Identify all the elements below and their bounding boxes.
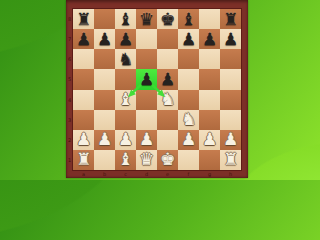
square-e1[interactable]: ♚ (157, 150, 178, 170)
square-e7[interactable] (157, 29, 178, 49)
square-g4[interactable] (199, 90, 220, 110)
file-label-a: a (73, 169, 94, 178)
piece-white-pawn: ♟ (118, 131, 133, 148)
file-label-d: d (136, 169, 157, 178)
square-d2[interactable]: ♟ (136, 130, 157, 150)
piece-black-pawn: ♟ (76, 30, 91, 47)
piece-white-pawn: ♟ (202, 131, 217, 148)
piece-black-pawn: ♟ (139, 70, 154, 87)
piece-white-bishop: ♝ (118, 91, 133, 108)
piece-white-pawn: ♟ (181, 131, 196, 148)
file-label-c: c (115, 169, 136, 178)
square-a5[interactable] (73, 69, 94, 89)
file-labels: abcdefgh (73, 169, 241, 178)
piece-black-pawn: ♟ (118, 30, 133, 47)
square-g5[interactable] (199, 69, 220, 89)
square-d3[interactable] (136, 110, 157, 130)
square-g3[interactable] (199, 110, 220, 130)
square-f4[interactable] (178, 90, 199, 110)
square-f8[interactable]: ♝ (178, 9, 199, 29)
piece-white-queen: ♛ (139, 151, 154, 168)
square-f7[interactable]: ♟ (178, 29, 199, 49)
square-e6[interactable] (157, 49, 178, 69)
piece-white-rook: ♜ (76, 151, 91, 168)
piece-white-pawn: ♟ (76, 131, 91, 148)
piece-black-rook: ♜ (76, 10, 91, 27)
file-label-g: g (199, 169, 220, 178)
square-c1[interactable]: ♝ (115, 150, 136, 170)
square-c3[interactable] (115, 110, 136, 130)
piece-white-bishop: ♝ (118, 151, 133, 168)
file-label-f: f (178, 169, 199, 178)
square-h3[interactable] (220, 110, 241, 130)
rank-label-1: 1 (66, 150, 73, 170)
square-d7[interactable] (136, 29, 157, 49)
square-e2[interactable] (157, 130, 178, 150)
square-a4[interactable] (73, 90, 94, 110)
square-h8[interactable]: ♜ (220, 9, 241, 29)
piece-white-knight: ♞ (160, 91, 175, 108)
piece-black-pawn: ♟ (223, 30, 238, 47)
rank-label-7: 7 (66, 29, 73, 49)
square-b5[interactable] (94, 69, 115, 89)
square-b8[interactable] (94, 9, 115, 29)
video-frame: { "game": "chess", "view": "2d-board-vid… (0, 0, 320, 180)
square-c2[interactable]: ♟ (115, 130, 136, 150)
piece-black-pawn: ♟ (181, 30, 196, 47)
square-g1[interactable] (199, 150, 220, 170)
piece-black-king: ♚ (160, 10, 175, 27)
piece-white-pawn: ♟ (139, 131, 154, 148)
square-a6[interactable] (73, 49, 94, 69)
square-b6[interactable] (94, 49, 115, 69)
square-a2[interactable]: ♟ (73, 130, 94, 150)
square-h1[interactable]: ♜ (220, 150, 241, 170)
rank-labels: 87654321 (66, 9, 73, 170)
square-g2[interactable]: ♟ (199, 130, 220, 150)
square-h6[interactable] (220, 49, 241, 69)
piece-black-bishop: ♝ (118, 10, 133, 27)
rank-label-5: 5 (66, 69, 73, 89)
piece-white-pawn: ♟ (97, 131, 112, 148)
square-a3[interactable] (73, 110, 94, 130)
file-label-e: e (157, 169, 178, 178)
square-c5[interactable] (115, 69, 136, 89)
piece-white-knight: ♞ (181, 111, 196, 128)
square-c6[interactable]: ♞ (115, 49, 136, 69)
board-grid: ♜♝♛♚♝♜♟♟♟♟♟♟♞♟♟♝♞♞♟♟♟♟♟♟♟♜♝♛♚♜ (73, 9, 241, 170)
square-b7[interactable]: ♟ (94, 29, 115, 49)
square-f2[interactable]: ♟ (178, 130, 199, 150)
rank-label-8: 8 (66, 9, 73, 29)
piece-white-pawn: ♟ (223, 131, 238, 148)
file-label-b: b (94, 169, 115, 178)
square-f1[interactable] (178, 150, 199, 170)
piece-black-pawn: ♟ (160, 70, 175, 87)
rank-label-2: 2 (66, 130, 73, 150)
square-d5[interactable]: ♟ (136, 69, 157, 89)
square-c8[interactable]: ♝ (115, 9, 136, 29)
piece-black-queen: ♛ (139, 10, 154, 27)
square-a7[interactable]: ♟ (73, 29, 94, 49)
chess-board: 87654321 abcdefgh ♜♝♛♚♝♜♟♟♟♟♟♟♞♟♟♝♞♞♟♟♟♟… (66, 0, 248, 178)
square-f5[interactable] (178, 69, 199, 89)
square-c7[interactable]: ♟ (115, 29, 136, 49)
square-b3[interactable] (94, 110, 115, 130)
square-d8[interactable]: ♛ (136, 9, 157, 29)
piece-black-knight: ♞ (118, 50, 133, 67)
square-g8[interactable] (199, 9, 220, 29)
square-a8[interactable]: ♜ (73, 9, 94, 29)
square-h5[interactable] (220, 69, 241, 89)
piece-black-pawn: ♟ (202, 30, 217, 47)
piece-black-bishop: ♝ (181, 10, 196, 27)
square-b4[interactable] (94, 90, 115, 110)
square-f3[interactable]: ♞ (178, 110, 199, 130)
square-h7[interactable]: ♟ (220, 29, 241, 49)
square-e5[interactable]: ♟ (157, 69, 178, 89)
square-c4[interactable]: ♝ (115, 90, 136, 110)
square-f6[interactable] (178, 49, 199, 69)
square-b1[interactable] (94, 150, 115, 170)
square-h2[interactable]: ♟ (220, 130, 241, 150)
file-label-h: h (220, 169, 241, 178)
square-e4[interactable]: ♞ (157, 90, 178, 110)
rank-label-3: 3 (66, 110, 73, 130)
square-h4[interactable] (220, 90, 241, 110)
square-d1[interactable]: ♛ (136, 150, 157, 170)
rank-label-6: 6 (66, 49, 73, 69)
square-e8[interactable]: ♚ (157, 9, 178, 29)
square-d6[interactable] (136, 49, 157, 69)
square-g6[interactable] (199, 49, 220, 69)
piece-black-pawn: ♟ (97, 30, 112, 47)
square-g7[interactable]: ♟ (199, 29, 220, 49)
square-d4[interactable] (136, 90, 157, 110)
square-e3[interactable] (157, 110, 178, 130)
rank-label-4: 4 (66, 90, 73, 110)
square-a1[interactable]: ♜ (73, 150, 94, 170)
piece-white-rook: ♜ (223, 151, 238, 168)
piece-black-rook: ♜ (223, 10, 238, 27)
square-b2[interactable]: ♟ (94, 130, 115, 150)
piece-white-king: ♚ (160, 151, 175, 168)
